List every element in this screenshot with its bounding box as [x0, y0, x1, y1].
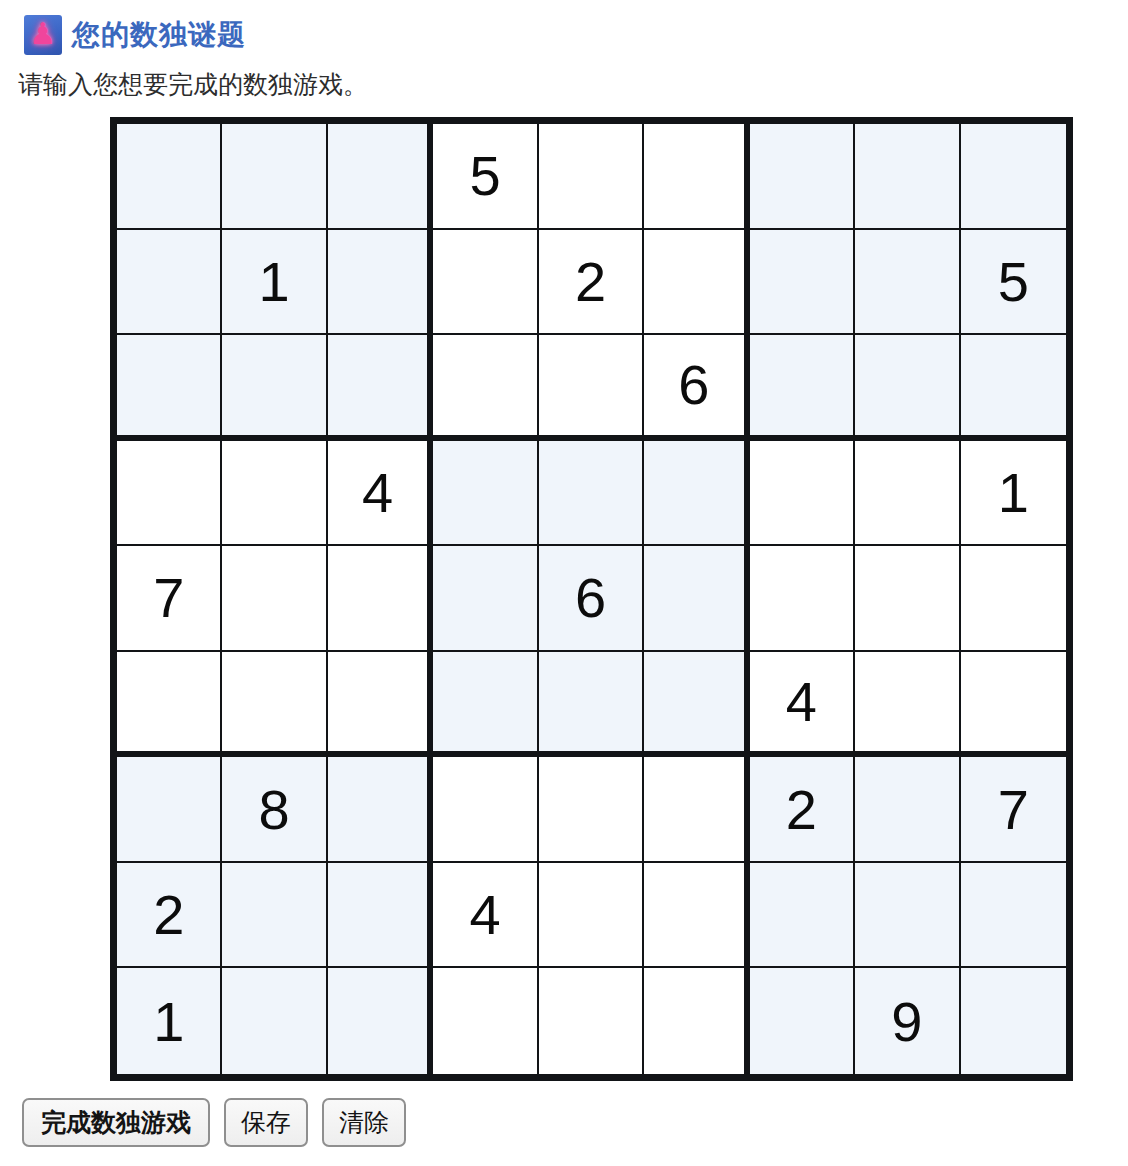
cell-r9c8[interactable]: 9 [855, 968, 960, 1074]
cell-r2c8[interactable] [855, 230, 960, 336]
cell-r4c6[interactable] [644, 441, 749, 547]
cell-r5c4[interactable] [433, 546, 538, 652]
cell-r8c8[interactable] [855, 863, 960, 969]
cell-r3c5[interactable] [539, 335, 644, 441]
cell-r6c5[interactable] [539, 652, 644, 758]
cell-r2c5[interactable]: 2 [539, 230, 644, 336]
cell-r8c9[interactable] [961, 863, 1066, 969]
cell-r7c8[interactable] [855, 757, 960, 863]
app-favicon: ♟ [24, 15, 62, 55]
cell-r7c2[interactable]: 8 [222, 757, 327, 863]
toolbar: 完成数独游戏 保存 清除 [22, 1098, 1128, 1147]
cell-r5c3[interactable] [328, 546, 433, 652]
cell-r1c8[interactable] [855, 124, 960, 230]
cell-r7c5[interactable] [539, 757, 644, 863]
cell-r4c2[interactable] [222, 441, 327, 547]
cell-r8c7[interactable] [750, 863, 855, 969]
sudoku-board: 51256417648272419 [110, 117, 1073, 1081]
cell-r4c4[interactable] [433, 441, 538, 547]
cell-r8c5[interactable] [539, 863, 644, 969]
cell-r8c3[interactable] [328, 863, 433, 969]
cell-r9c3[interactable] [328, 968, 433, 1074]
cell-r6c3[interactable] [328, 652, 433, 758]
cell-r4c7[interactable] [750, 441, 855, 547]
cell-r3c7[interactable] [750, 335, 855, 441]
cell-r3c1[interactable] [117, 335, 222, 441]
cell-r5c5[interactable]: 6 [539, 546, 644, 652]
cell-r5c7[interactable] [750, 546, 855, 652]
cell-r7c9[interactable]: 7 [961, 757, 1066, 863]
cell-r3c3[interactable] [328, 335, 433, 441]
cell-r7c6[interactable] [644, 757, 749, 863]
cell-r4c5[interactable] [539, 441, 644, 547]
cell-r1c7[interactable] [750, 124, 855, 230]
cell-r8c4[interactable]: 4 [433, 863, 538, 969]
cell-r6c4[interactable] [433, 652, 538, 758]
cell-r9c5[interactable] [539, 968, 644, 1074]
cell-r4c9[interactable]: 1 [961, 441, 1066, 547]
cell-r1c4[interactable]: 5 [433, 124, 538, 230]
cell-r2c2[interactable]: 1 [222, 230, 327, 336]
cell-r1c1[interactable] [117, 124, 222, 230]
page-header: ♟ 您的数独谜题 [24, 14, 1128, 56]
instruction-text: 请输入您想要完成的数独游戏。 [18, 68, 1128, 101]
cell-r2c7[interactable] [750, 230, 855, 336]
cell-r2c3[interactable] [328, 230, 433, 336]
cell-r9c1[interactable]: 1 [117, 968, 222, 1074]
cell-r9c2[interactable] [222, 968, 327, 1074]
page-title: 您的数独谜题 [72, 16, 246, 54]
cell-r4c3[interactable]: 4 [328, 441, 433, 547]
cell-r5c9[interactable] [961, 546, 1066, 652]
cell-r9c4[interactable] [433, 968, 538, 1074]
cell-r8c6[interactable] [644, 863, 749, 969]
cell-r3c8[interactable] [855, 335, 960, 441]
cell-r3c9[interactable] [961, 335, 1066, 441]
pawn-icon: ♟ [30, 19, 57, 49]
cell-r6c8[interactable] [855, 652, 960, 758]
cell-r3c6[interactable]: 6 [644, 335, 749, 441]
cell-r6c6[interactable] [644, 652, 749, 758]
cell-r9c9[interactable] [961, 968, 1066, 1074]
cell-r4c8[interactable] [855, 441, 960, 547]
cell-r1c3[interactable] [328, 124, 433, 230]
cell-r5c6[interactable] [644, 546, 749, 652]
cell-r2c6[interactable] [644, 230, 749, 336]
cell-r1c5[interactable] [539, 124, 644, 230]
clear-button[interactable]: 清除 [322, 1098, 406, 1147]
cell-r6c2[interactable] [222, 652, 327, 758]
cell-r7c7[interactable]: 2 [750, 757, 855, 863]
cell-r9c7[interactable] [750, 968, 855, 1074]
cell-r7c3[interactable] [328, 757, 433, 863]
cell-r1c9[interactable] [961, 124, 1066, 230]
cell-r4c1[interactable] [117, 441, 222, 547]
cell-r3c4[interactable] [433, 335, 538, 441]
cell-r2c9[interactable]: 5 [961, 230, 1066, 336]
cell-r6c7[interactable]: 4 [750, 652, 855, 758]
cell-r6c1[interactable] [117, 652, 222, 758]
cell-r6c9[interactable] [961, 652, 1066, 758]
cell-r8c2[interactable] [222, 863, 327, 969]
cell-r2c4[interactable] [433, 230, 538, 336]
save-button[interactable]: 保存 [224, 1098, 308, 1147]
cell-r5c1[interactable]: 7 [117, 546, 222, 652]
cell-r7c1[interactable] [117, 757, 222, 863]
cell-r8c1[interactable]: 2 [117, 863, 222, 969]
cell-r5c8[interactable] [855, 546, 960, 652]
cell-r5c2[interactable] [222, 546, 327, 652]
cell-r1c6[interactable] [644, 124, 749, 230]
cell-r3c2[interactable] [222, 335, 327, 441]
cell-r7c4[interactable] [433, 757, 538, 863]
cell-r1c2[interactable] [222, 124, 327, 230]
cell-r9c6[interactable] [644, 968, 749, 1074]
cell-r2c1[interactable] [117, 230, 222, 336]
complete-sudoku-button[interactable]: 完成数独游戏 [22, 1098, 210, 1147]
